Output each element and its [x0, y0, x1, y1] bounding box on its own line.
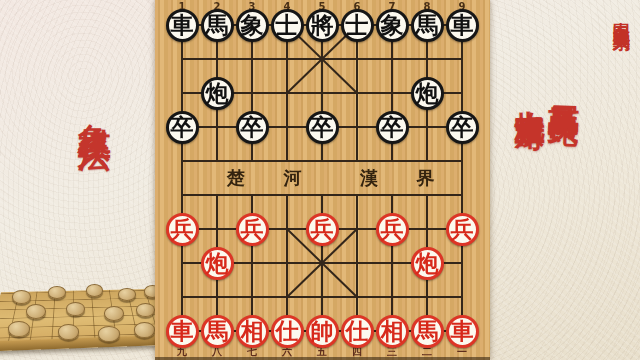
xiangqi-board: 楚 河 漢 界 123456789 九八七六五四三二一 車馬象士將士象馬車炮炮卒…: [155, 0, 490, 360]
piece-black-象[interactable]: 象: [376, 9, 409, 42]
photo-piece: [98, 326, 120, 342]
piece-black-士[interactable]: 士: [271, 9, 304, 42]
piece-red-帥[interactable]: 帥: [306, 315, 339, 348]
piece-red-兵[interactable]: 兵: [166, 213, 199, 246]
photo-piece: [58, 324, 79, 340]
piece-black-卒[interactable]: 卒: [236, 111, 269, 144]
piece-black-卒[interactable]: 卒: [166, 111, 199, 144]
left-title-calligraphy: 象棋兵法: [72, 97, 117, 118]
photo-piece: [134, 322, 155, 338]
photo-piece: [66, 302, 85, 316]
opening-name-right-column: 屏风马两头蛇: [543, 79, 585, 92]
piece-red-仕[interactable]: 仕: [341, 315, 374, 348]
piece-black-炮[interactable]: 炮: [411, 77, 444, 110]
piece-black-車[interactable]: 車: [166, 9, 199, 42]
piece-black-將[interactable]: 將: [306, 9, 339, 42]
piece-red-馬[interactable]: 馬: [201, 315, 234, 348]
piece-black-馬[interactable]: 馬: [201, 9, 234, 42]
video-frame: 象棋兵法: [0, 0, 640, 360]
piece-red-相[interactable]: 相: [376, 315, 409, 348]
piece-red-兵[interactable]: 兵: [306, 213, 339, 246]
piece-black-卒[interactable]: 卒: [306, 111, 339, 144]
piece-red-炮[interactable]: 炮: [411, 247, 444, 280]
photo-piece: [136, 303, 155, 317]
river-label-right: 漢 界: [360, 166, 452, 190]
piece-red-兵[interactable]: 兵: [446, 213, 479, 246]
piece-black-馬[interactable]: 馬: [411, 9, 444, 42]
photo-piece: [118, 288, 136, 301]
piece-red-相[interactable]: 相: [236, 315, 269, 348]
piece-black-卒[interactable]: 卒: [446, 111, 479, 144]
piece-red-兵[interactable]: 兵: [236, 213, 269, 246]
photo-piece: [26, 304, 46, 319]
piece-red-炮[interactable]: 炮: [201, 247, 234, 280]
photo-piece: [12, 290, 31, 304]
photo-piece: [104, 306, 124, 321]
piece-red-馬[interactable]: 馬: [411, 315, 444, 348]
piece-black-炮[interactable]: 炮: [201, 77, 234, 110]
piece-black-卒[interactable]: 卒: [376, 111, 409, 144]
opening-name-left-column: 中炮直横车对: [508, 86, 549, 99]
piece-red-兵[interactable]: 兵: [376, 213, 409, 246]
piece-red-車[interactable]: 車: [446, 315, 479, 348]
piece-red-車[interactable]: 車: [166, 315, 199, 348]
piece-black-象[interactable]: 象: [236, 9, 269, 42]
river-label-left: 楚 河: [227, 166, 319, 190]
piece-black-士[interactable]: 士: [341, 9, 374, 42]
series-title: 中国象棋宝典系列: [610, 8, 633, 24]
corner-board-photo: [0, 276, 163, 360]
photo-piece: [8, 321, 30, 337]
photo-piece: [48, 286, 66, 299]
photo-piece: [86, 284, 103, 297]
piece-black-車[interactable]: 車: [446, 9, 479, 42]
piece-red-仕[interactable]: 仕: [271, 315, 304, 348]
